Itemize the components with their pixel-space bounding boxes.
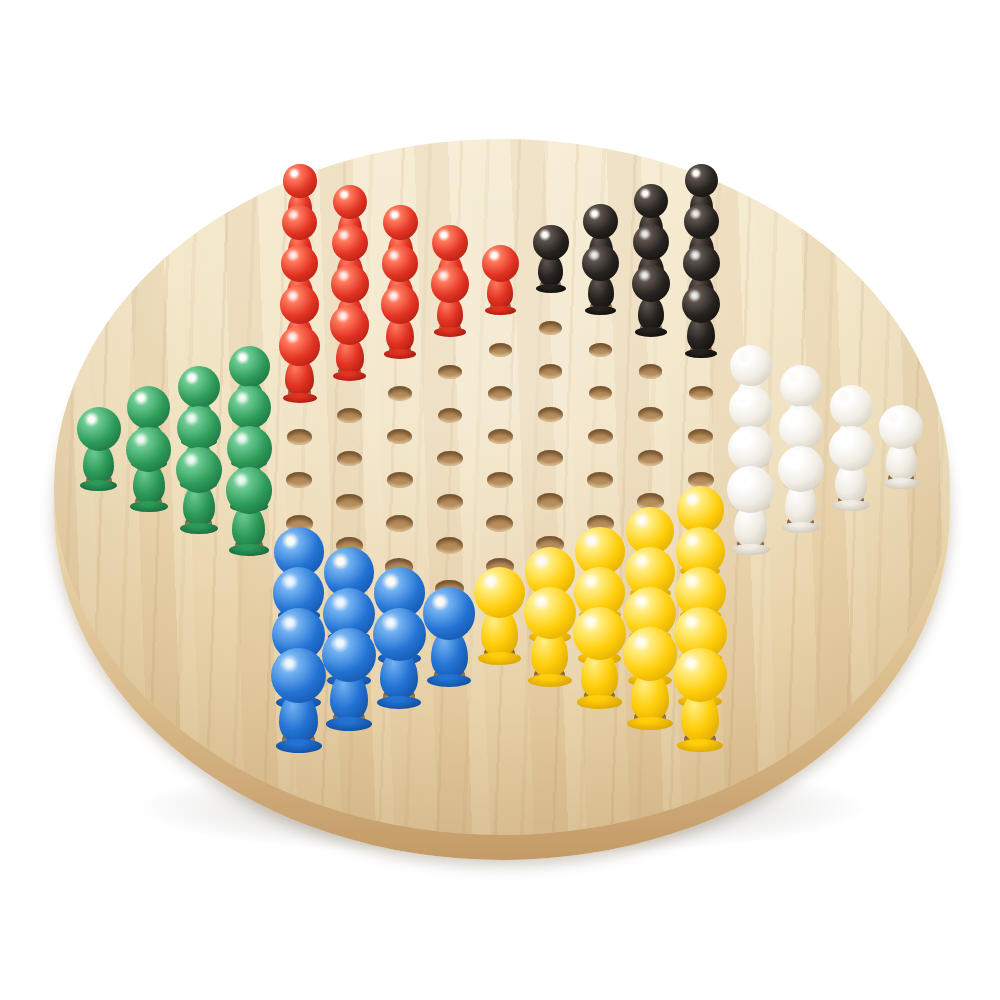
game-board xyxy=(0,0,1000,1000)
peg-head xyxy=(126,427,171,472)
peg-head xyxy=(778,446,824,492)
peg-head xyxy=(330,305,369,344)
peg-head xyxy=(524,587,576,639)
board-hole[interactable] xyxy=(587,472,613,488)
peg-black[interactable] xyxy=(681,285,721,359)
peg-base xyxy=(782,522,821,533)
peg-base xyxy=(528,674,572,687)
peg-black[interactable] xyxy=(582,245,620,315)
board-hole[interactable] xyxy=(537,450,562,466)
board-hole[interactable] xyxy=(487,472,513,488)
board-hole[interactable] xyxy=(438,365,461,379)
peg-base xyxy=(229,544,268,556)
peg-base xyxy=(685,349,717,359)
board-hole[interactable] xyxy=(688,472,714,488)
peg-head xyxy=(271,648,326,703)
board-hole[interactable] xyxy=(336,494,363,510)
board-hole[interactable] xyxy=(488,429,513,444)
peg-head xyxy=(582,245,619,282)
peg-head xyxy=(829,426,874,471)
board-hole[interactable] xyxy=(286,472,312,488)
peg-head xyxy=(228,386,271,429)
peg-base xyxy=(283,393,317,403)
peg-head xyxy=(729,386,772,429)
peg-head xyxy=(779,406,823,450)
peg-head xyxy=(474,567,525,618)
board-hole[interactable] xyxy=(386,515,413,532)
peg-head xyxy=(381,285,420,324)
peg-base xyxy=(585,306,616,315)
peg-head xyxy=(780,365,822,407)
board-hole[interactable] xyxy=(539,321,561,335)
peg-base xyxy=(80,480,117,491)
peg-base xyxy=(384,349,416,359)
peg-head xyxy=(730,345,771,386)
peg-head xyxy=(728,426,773,471)
board-hole[interactable] xyxy=(486,515,513,532)
board-hole[interactable] xyxy=(337,408,361,423)
peg-base xyxy=(326,717,371,730)
peg-head xyxy=(373,608,426,661)
peg-head xyxy=(279,326,319,366)
board-hole[interactable] xyxy=(539,364,562,378)
peg-head xyxy=(226,467,273,514)
peg-head xyxy=(229,346,270,387)
peg-head xyxy=(322,628,376,682)
board-hole[interactable] xyxy=(537,493,564,509)
peg-red[interactable] xyxy=(431,265,470,337)
board-hole[interactable] xyxy=(387,472,413,488)
peg-head xyxy=(683,245,720,282)
peg-white[interactable] xyxy=(777,446,825,533)
peg-head xyxy=(127,386,170,429)
peg-red[interactable] xyxy=(278,326,320,403)
peg-base xyxy=(577,695,622,708)
peg-head xyxy=(685,164,718,197)
peg-head xyxy=(573,607,626,660)
peg-head xyxy=(281,245,318,282)
peg-head xyxy=(482,245,519,282)
peg-blue[interactable] xyxy=(422,587,477,687)
peg-head xyxy=(383,205,418,240)
board-hole[interactable] xyxy=(387,429,412,444)
peg-head xyxy=(682,285,721,324)
peg-head xyxy=(331,265,369,303)
peg-head xyxy=(684,204,719,239)
peg-white[interactable] xyxy=(726,466,775,555)
peg-base xyxy=(832,500,870,511)
board-hole[interactable] xyxy=(639,364,662,378)
board-hole[interactable] xyxy=(589,343,612,357)
peg-base xyxy=(536,284,566,293)
peg-base xyxy=(478,652,521,665)
board-hole[interactable] xyxy=(438,408,462,423)
peg-base xyxy=(485,306,516,315)
board-hole[interactable] xyxy=(388,386,412,401)
board-hole[interactable] xyxy=(488,386,512,401)
peg-base xyxy=(883,478,920,489)
peg-head xyxy=(633,224,669,260)
peg-head xyxy=(583,204,618,239)
peg-head xyxy=(423,587,475,639)
peg-yellow[interactable] xyxy=(671,648,728,753)
peg-green[interactable] xyxy=(125,427,172,513)
peg-head xyxy=(176,447,222,493)
board-hole[interactable] xyxy=(287,429,312,444)
peg-head xyxy=(879,405,923,449)
peg-red[interactable] xyxy=(380,285,420,359)
peg-base xyxy=(180,523,219,534)
peg-green[interactable] xyxy=(76,407,122,491)
peg-head xyxy=(432,225,468,261)
board-hole[interactable] xyxy=(689,386,713,401)
peg-black[interactable] xyxy=(631,265,670,337)
peg-base xyxy=(731,544,770,556)
peg-yellow[interactable] xyxy=(622,627,678,730)
peg-head xyxy=(227,426,272,471)
board-hole[interactable] xyxy=(437,494,464,510)
peg-head xyxy=(830,385,873,428)
peg-yellow[interactable] xyxy=(473,567,527,665)
peg-red[interactable] xyxy=(481,245,519,315)
peg-head xyxy=(333,185,367,219)
peg-base xyxy=(635,327,667,336)
board-hole[interactable] xyxy=(436,537,464,554)
peg-head xyxy=(382,245,419,282)
peg-head xyxy=(727,466,774,513)
peg-head xyxy=(634,184,668,218)
peg-head xyxy=(533,225,569,261)
board-hole[interactable] xyxy=(437,451,462,467)
peg-black[interactable] xyxy=(532,225,569,293)
peg-head xyxy=(178,366,220,408)
board-hole[interactable] xyxy=(337,451,362,467)
peg-white[interactable] xyxy=(828,426,875,512)
peg-blue[interactable] xyxy=(371,608,426,709)
peg-head xyxy=(280,285,319,324)
peg-head xyxy=(332,225,368,261)
board-hole[interactable] xyxy=(638,450,663,466)
peg-green[interactable] xyxy=(175,447,223,534)
board-hole[interactable] xyxy=(489,343,512,357)
peg-base xyxy=(130,501,168,512)
peg-head xyxy=(283,164,316,197)
photo-stage xyxy=(0,0,1000,1000)
board-hole[interactable] xyxy=(588,429,613,444)
peg-blue[interactable] xyxy=(321,628,377,731)
peg-base xyxy=(276,739,322,753)
peg-head xyxy=(673,648,728,703)
peg-head xyxy=(282,205,317,240)
peg-head xyxy=(623,627,677,681)
peg-yellow[interactable] xyxy=(522,587,577,687)
peg-red[interactable] xyxy=(329,305,370,380)
board-hole[interactable] xyxy=(538,407,562,422)
peg-base xyxy=(427,674,471,687)
board-hole[interactable] xyxy=(688,429,713,444)
peg-base xyxy=(627,717,672,730)
peg-base xyxy=(333,371,366,381)
peg-blue[interactable] xyxy=(270,648,327,753)
peg-head xyxy=(77,407,121,451)
peg-head xyxy=(431,265,469,303)
peg-green[interactable] xyxy=(225,467,274,556)
board-hole[interactable] xyxy=(589,386,613,401)
peg-base xyxy=(377,696,422,709)
peg-head xyxy=(177,406,221,450)
peg-head xyxy=(632,265,670,303)
peg-base xyxy=(677,739,723,753)
peg-yellow[interactable] xyxy=(572,607,627,708)
board-hole[interactable] xyxy=(638,407,662,422)
peg-white[interactable] xyxy=(878,405,924,489)
peg-base xyxy=(434,327,466,336)
